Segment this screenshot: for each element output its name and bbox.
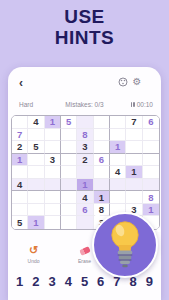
sudoku-cell-r3c9[interactable] bbox=[143, 141, 159, 154]
sudoku-cell-r5c1[interactable] bbox=[12, 166, 28, 179]
sudoku-cell-r4c3[interactable]: 3 bbox=[45, 154, 61, 167]
card-header: ‹ ⚙ bbox=[8, 76, 161, 92]
sudoku-cell-r4c7[interactable] bbox=[110, 154, 126, 167]
back-chevron-icon[interactable]: ‹ bbox=[19, 77, 29, 89]
sudoku-cell-r5c9[interactable] bbox=[143, 166, 159, 179]
sparkle-dot bbox=[104, 205, 107, 208]
undo-label: Undo bbox=[28, 258, 40, 264]
sudoku-cell-r8c4[interactable] bbox=[61, 204, 77, 217]
sudoku-cell-r6c8[interactable] bbox=[126, 179, 142, 192]
sudoku-cell-r7c3[interactable] bbox=[45, 191, 61, 204]
sudoku-cell-r2c7[interactable] bbox=[110, 129, 126, 142]
sudoku-cell-r4c8[interactable] bbox=[126, 154, 142, 167]
sudoku-cell-r8c9[interactable]: 1 bbox=[143, 204, 159, 217]
sudoku-cell-r6c5[interactable]: 1 bbox=[77, 179, 93, 192]
sudoku-cell-r2c1[interactable]: 7 bbox=[12, 129, 28, 142]
sudoku-cell-r2c6[interactable] bbox=[94, 129, 110, 142]
sudoku-cell-r2c4[interactable] bbox=[61, 129, 77, 142]
number-pad[interactable]: 123456789 bbox=[8, 274, 161, 289]
sudoku-grid[interactable]: 41576782531132641414186831513 bbox=[12, 116, 159, 229]
promo-heading: USE HINTS bbox=[0, 6, 169, 48]
sudoku-cell-r6c7[interactable] bbox=[110, 179, 126, 192]
sudoku-cell-r9c1[interactable]: 5 bbox=[12, 216, 28, 229]
sudoku-cell-r1c5[interactable] bbox=[77, 116, 93, 129]
sudoku-cell-r4c9[interactable] bbox=[143, 154, 159, 167]
promo-line2: HINTS bbox=[0, 27, 169, 48]
sudoku-board[interactable]: 41576782531132641414186831513 bbox=[11, 115, 160, 230]
sudoku-cell-r2c9[interactable] bbox=[143, 129, 159, 142]
sudoku-cell-r7c2[interactable] bbox=[28, 191, 44, 204]
sudoku-cell-r3c5[interactable]: 3 bbox=[77, 141, 93, 154]
sudoku-cell-r7c7[interactable] bbox=[110, 191, 126, 204]
sudoku-cell-r5c5[interactable] bbox=[77, 166, 93, 179]
stats-row: Hard Mistakes: 0/3 00:10 bbox=[8, 101, 161, 111]
sudoku-cell-r3c1[interactable]: 2 bbox=[12, 141, 28, 154]
sudoku-cell-r1c8[interactable]: 7 bbox=[126, 116, 142, 129]
sudoku-cell-r6c1[interactable]: 4 bbox=[12, 179, 28, 192]
sudoku-cell-r3c3[interactable] bbox=[45, 141, 61, 154]
sudoku-cell-r3c2[interactable]: 5 bbox=[28, 141, 44, 154]
sudoku-cell-r7c4[interactable] bbox=[61, 191, 77, 204]
sudoku-cell-r9c5[interactable] bbox=[77, 216, 93, 229]
sudoku-cell-r6c3[interactable] bbox=[45, 179, 61, 192]
numpad-9[interactable]: 9 bbox=[146, 274, 153, 289]
sudoku-cell-r9c3[interactable] bbox=[45, 216, 61, 229]
sudoku-cell-r3c8[interactable] bbox=[126, 141, 142, 154]
numpad-2[interactable]: 2 bbox=[32, 274, 39, 289]
numpad-1[interactable]: 1 bbox=[16, 274, 23, 289]
undo-button[interactable]: ↺ Undo bbox=[17, 245, 51, 264]
sudoku-cell-r5c3[interactable] bbox=[45, 166, 61, 179]
sudoku-cell-r2c5[interactable]: 8 bbox=[77, 129, 93, 142]
sudoku-cell-r5c8[interactable]: 1 bbox=[126, 166, 142, 179]
sudoku-cell-r5c4[interactable] bbox=[61, 166, 77, 179]
sparkle-dot bbox=[157, 228, 161, 232]
sparkle-dot bbox=[95, 212, 100, 217]
sudoku-cell-r7c5[interactable]: 4 bbox=[77, 191, 93, 204]
sudoku-cell-r5c2[interactable] bbox=[28, 166, 44, 179]
sudoku-cell-r8c1[interactable] bbox=[12, 204, 28, 217]
sudoku-cell-r6c2[interactable] bbox=[28, 179, 44, 192]
sparkle-dot bbox=[88, 263, 92, 267]
sudoku-cell-r3c4[interactable] bbox=[61, 141, 77, 154]
sudoku-cell-r5c7[interactable]: 4 bbox=[110, 166, 126, 179]
settings-gear-icon[interactable]: ⚙ bbox=[132, 77, 142, 87]
sudoku-cell-r9c4[interactable] bbox=[61, 216, 77, 229]
numpad-5[interactable]: 5 bbox=[81, 274, 88, 289]
pause-icon[interactable] bbox=[131, 102, 135, 107]
sudoku-cell-r1c3[interactable]: 1 bbox=[45, 116, 61, 129]
sudoku-cell-r7c8[interactable] bbox=[126, 191, 142, 204]
sudoku-cell-r3c7[interactable]: 1 bbox=[110, 141, 126, 154]
sudoku-cell-r5c6[interactable] bbox=[94, 166, 110, 179]
sudoku-cell-r7c9[interactable]: 8 bbox=[143, 191, 159, 204]
sudoku-cell-r1c1[interactable] bbox=[12, 116, 28, 129]
sudoku-cell-r3c6[interactable] bbox=[94, 141, 110, 154]
sudoku-cell-r4c1[interactable]: 1 bbox=[12, 154, 28, 167]
sudoku-cell-r8c5[interactable]: 6 bbox=[77, 204, 93, 217]
sudoku-cell-r7c1[interactable] bbox=[12, 191, 28, 204]
sudoku-cell-r6c9[interactable] bbox=[143, 179, 159, 192]
sudoku-cell-r1c2[interactable]: 4 bbox=[28, 116, 44, 129]
sudoku-cell-r4c6[interactable]: 6 bbox=[94, 154, 110, 167]
app-screen: USE HINTS ‹ ⚙ Hard Mistakes: 0/3 00:10 bbox=[0, 0, 169, 300]
numpad-6[interactable]: 6 bbox=[97, 274, 104, 289]
sudoku-cell-r2c8[interactable] bbox=[126, 129, 142, 142]
sudoku-cell-r6c6[interactable] bbox=[94, 179, 110, 192]
sudoku-cell-r4c2[interactable] bbox=[28, 154, 44, 167]
sudoku-cell-r6c4[interactable] bbox=[61, 179, 77, 192]
sudoku-cell-r1c6[interactable] bbox=[94, 116, 110, 129]
sudoku-cell-r8c3[interactable] bbox=[45, 204, 61, 217]
numpad-4[interactable]: 4 bbox=[65, 274, 72, 289]
lightbulb-icon bbox=[105, 219, 145, 271]
eraser-icon bbox=[80, 245, 90, 256]
sudoku-cell-r4c4[interactable] bbox=[61, 154, 77, 167]
promo-line1: USE bbox=[0, 6, 169, 27]
palette-icon[interactable] bbox=[118, 77, 128, 87]
sudoku-cell-r1c4[interactable]: 5 bbox=[61, 116, 77, 129]
timer-value: 00:10 bbox=[137, 101, 153, 108]
sudoku-cell-r7c6[interactable]: 1 bbox=[94, 191, 110, 204]
sudoku-cell-r8c2[interactable] bbox=[28, 204, 44, 217]
timer: 00:10 bbox=[131, 101, 153, 108]
hint-bulb-badge[interactable] bbox=[92, 212, 158, 278]
undo-icon: ↺ bbox=[29, 245, 38, 256]
sudoku-cell-r2c2[interactable] bbox=[28, 129, 44, 142]
sudoku-cell-r1c9[interactable]: 6 bbox=[143, 116, 159, 129]
sudoku-cell-r1c7[interactable] bbox=[110, 116, 126, 129]
sudoku-cell-r9c2[interactable]: 1 bbox=[28, 216, 44, 229]
numpad-3[interactable]: 3 bbox=[48, 274, 55, 289]
sudoku-cell-r2c3[interactable] bbox=[45, 129, 61, 142]
sudoku-cell-r4c5[interactable]: 2 bbox=[77, 154, 93, 167]
